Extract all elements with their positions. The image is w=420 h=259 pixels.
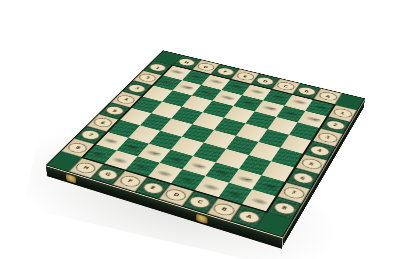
- scene: HGFEDCBA1122334455667788HGFEDCBA ♜♞♝♛♚♝♞…: [0, 0, 420, 259]
- black-rook-glyph: ♜: [241, 177, 279, 204]
- brass-clasp-icon: [65, 174, 76, 184]
- chess-board[interactable]: HGFEDCBA1122334455667788HGFEDCBA ♜♞♝♛♚♝♞…: [46, 50, 365, 237]
- pieces-layer: ♜♞♝♛♚♝♞♜♟♟♟♟♟♟♟♟♟♟♟♟♟♟♟♟♜♞♝♛♚♝♞♜: [46, 50, 365, 237]
- product-photo-stage: HGFEDCBA1122334455667788HGFEDCBA ♜♞♝♛♚♝♞…: [0, 0, 420, 259]
- white-pawn-glyph: ♟: [297, 102, 330, 122]
- brass-clasp-icon: [197, 214, 208, 224]
